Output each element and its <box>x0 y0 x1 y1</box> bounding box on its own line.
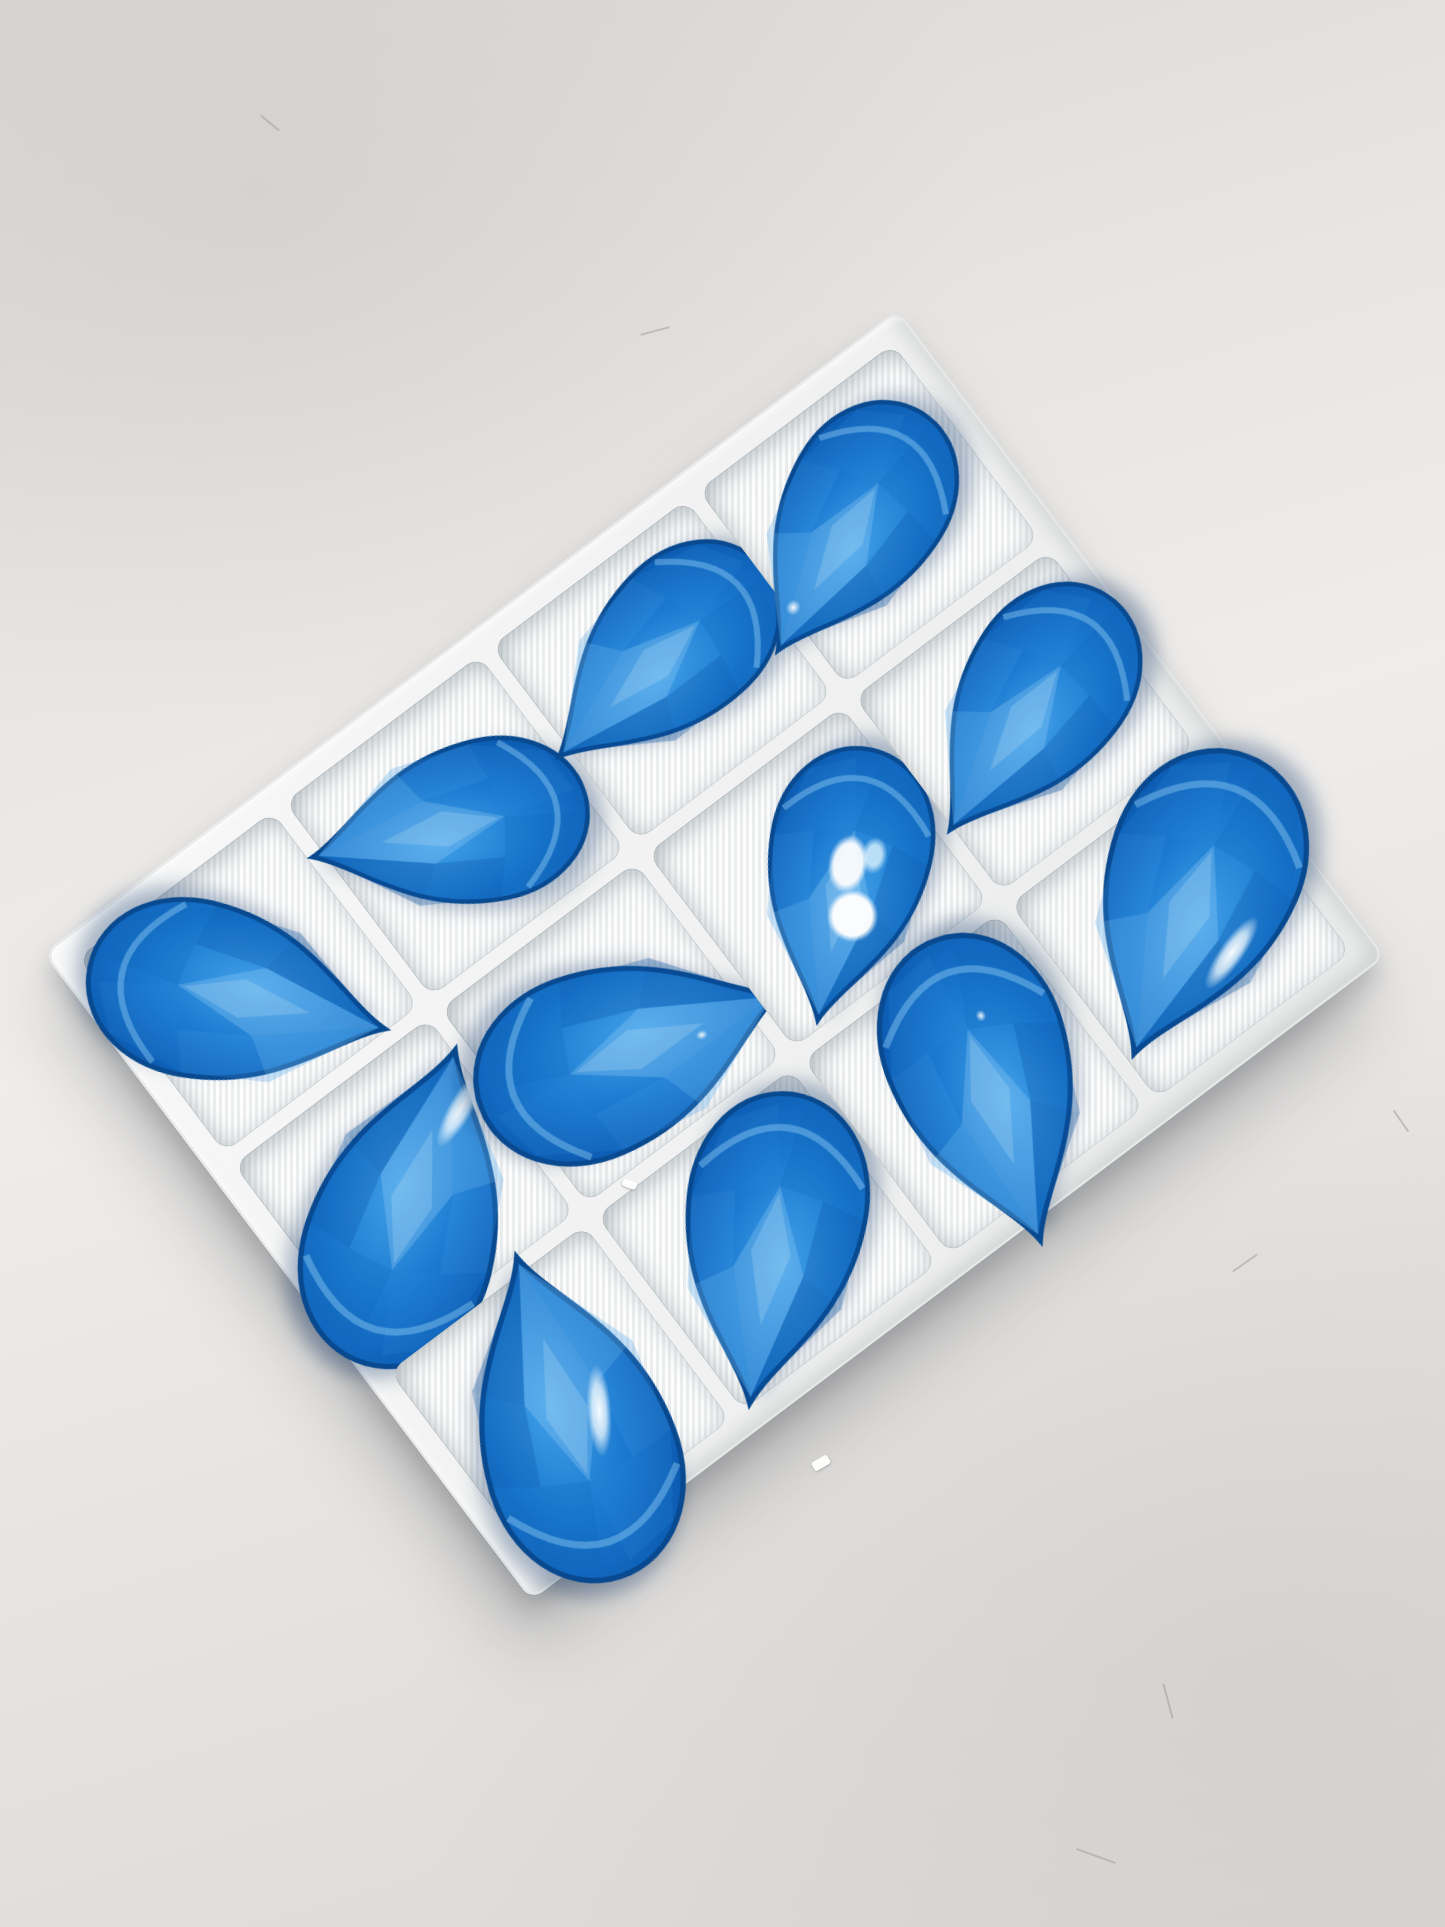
photo-scene <box>0 0 1445 1927</box>
tray-grid <box>44 310 1385 1600</box>
paper-fiber <box>1076 1848 1116 1864</box>
paper-fiber <box>1393 1110 1410 1132</box>
paper-fiber <box>1232 1254 1258 1273</box>
paper-fiber <box>1162 1683 1173 1718</box>
paper-fiber <box>260 115 280 132</box>
wall-chip-detail <box>811 1454 832 1472</box>
paper-fiber <box>640 326 669 336</box>
rhinestone-tray <box>44 310 1385 1600</box>
